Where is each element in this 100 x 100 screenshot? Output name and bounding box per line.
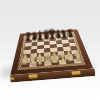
chess-board: ♜♞♝♛♚♝♞♜♟♟♟♟♟♟♟♟♟♟♟♟♟♟♟♟♜♞♝♛♚♝♞♜ [10, 29, 93, 75]
piece-black-pawn[interactable]: ♟ [25, 35, 31, 42]
piece-black-pawn[interactable]: ♟ [67, 32, 73, 39]
piece-cell-e7: ♟ [49, 35, 56, 42]
brass-hinge-left [28, 74, 37, 78]
piece-black-pawn[interactable]: ♟ [61, 33, 67, 40]
piece-cell-h7: ♟ [67, 33, 74, 40]
piece-cell-a7: ♟ [25, 36, 32, 43]
pieces-layer: ♜♞♝♛♚♝♞♜♟♟♟♟♟♟♟♟♟♟♟♟♟♟♟♟♜♞♝♛♚♝♞♜ [21, 33, 81, 68]
piece-black-pawn[interactable]: ♟ [37, 34, 43, 41]
piece-cell-g1: ♞ [66, 56, 74, 64]
chess-set-photo: ♜♞♝♛♚♝♞♜♟♟♟♟♟♟♟♟♟♟♟♟♟♟♟♟♜♞♝♛♚♝♞♜ [0, 0, 100, 100]
piece-cell-g7: ♟ [61, 34, 68, 41]
piece-cell-h1: ♜ [73, 55, 81, 63]
piece-white-rook[interactable]: ♜ [73, 54, 82, 63]
brass-hinge-right [71, 71, 80, 75]
piece-black-pawn[interactable]: ♟ [49, 34, 55, 41]
brass-latch [10, 76, 14, 79]
piece-cell-c7: ♟ [37, 35, 44, 42]
